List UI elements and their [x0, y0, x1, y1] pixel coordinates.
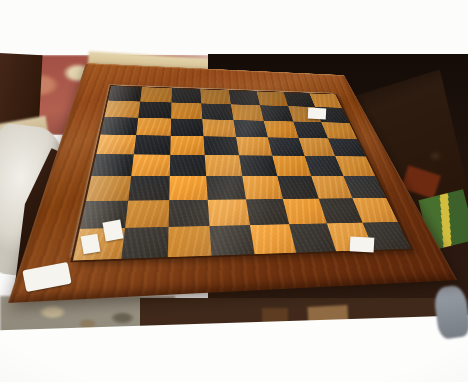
sticker-board-left-lower	[81, 234, 101, 255]
board-square	[168, 199, 210, 226]
board-square	[170, 136, 205, 155]
board-square	[204, 136, 239, 155]
board-square	[140, 87, 171, 102]
board-square	[108, 86, 142, 102]
board-square	[203, 119, 237, 137]
board-square	[229, 90, 260, 105]
board-square	[208, 199, 250, 226]
board-square	[101, 117, 138, 135]
board-square	[171, 88, 201, 103]
sticker-board-top-right	[308, 108, 327, 120]
board-square	[121, 227, 168, 259]
board-square	[167, 226, 211, 257]
board-square	[104, 101, 140, 118]
board-square	[138, 102, 171, 119]
board-square	[242, 176, 282, 199]
board-square	[206, 176, 246, 199]
board-square	[171, 103, 203, 119]
board-square	[136, 117, 171, 135]
photo-stage	[0, 0, 468, 382]
board-square	[86, 176, 131, 201]
board-square	[246, 199, 289, 225]
sticker-board-left-lower-2	[102, 220, 123, 242]
board-square	[236, 137, 272, 156]
board-square	[169, 176, 208, 200]
board-square	[210, 225, 255, 256]
board-square	[169, 155, 206, 176]
board-square	[239, 155, 277, 176]
board-square	[201, 104, 233, 120]
board-square	[131, 154, 170, 176]
board-square	[205, 155, 242, 176]
board-square	[231, 104, 264, 120]
board-square	[91, 154, 133, 176]
board-square	[125, 200, 169, 228]
sticker-board-bottom-right	[350, 236, 375, 252]
board-square	[200, 89, 231, 104]
board-square	[128, 176, 169, 200]
board-square	[96, 134, 136, 154]
board-square	[134, 135, 171, 155]
board-square	[233, 120, 267, 137]
board-square	[170, 118, 203, 136]
